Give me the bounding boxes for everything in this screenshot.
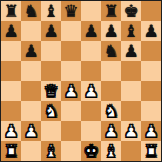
square-a3[interactable]: [1, 101, 21, 121]
square-b6[interactable]: ♟: [21, 41, 41, 61]
square-f7[interactable]: ♟: [101, 21, 121, 41]
square-e6[interactable]: [81, 41, 101, 61]
white-pawn-piece[interactable]: ♟: [103, 121, 118, 141]
square-d5[interactable]: [61, 61, 81, 81]
square-d3[interactable]: [61, 101, 81, 121]
square-h7[interactable]: ♟: [141, 21, 161, 41]
black-pawn-piece[interactable]: ♟: [123, 41, 138, 61]
white-pawn-piece[interactable]: ♟: [123, 121, 138, 141]
square-c5[interactable]: [41, 61, 61, 81]
black-rook-piece[interactable]: ♜: [103, 1, 118, 21]
square-h8[interactable]: [141, 1, 161, 21]
square-f3[interactable]: ♞: [101, 101, 121, 121]
white-bishop-piece[interactable]: ♝: [43, 141, 58, 161]
square-f8[interactable]: ♜: [101, 1, 121, 21]
white-pawn-piece[interactable]: ♟: [63, 81, 78, 101]
board-frame: ♜♞♝♛♜♚♟♟♟♟♝♟♟♞♟♛♟♟♞♞♟♟♟♟♟♜♝♚♝♜: [0, 0, 162, 162]
black-king-piece[interactable]: ♚: [123, 1, 138, 21]
square-f5[interactable]: [101, 61, 121, 81]
square-e7[interactable]: ♟: [81, 21, 101, 41]
square-e4[interactable]: ♟: [81, 81, 101, 101]
square-d1[interactable]: [61, 141, 81, 161]
square-c2[interactable]: [41, 121, 61, 141]
square-b5[interactable]: [21, 61, 41, 81]
black-pawn-piece[interactable]: ♟: [103, 21, 118, 41]
square-b3[interactable]: [21, 101, 41, 121]
white-pawn-piece[interactable]: ♟: [83, 81, 98, 101]
square-f6[interactable]: ♞: [101, 41, 121, 61]
white-knight-piece[interactable]: ♞: [43, 101, 58, 121]
black-pawn-piece[interactable]: ♟: [143, 21, 158, 41]
square-a1[interactable]: ♜: [1, 141, 21, 161]
square-d7[interactable]: [61, 21, 81, 41]
square-c4[interactable]: ♛: [41, 81, 61, 101]
white-rook-piece[interactable]: ♜: [3, 141, 18, 161]
square-e2[interactable]: [81, 121, 101, 141]
square-e1[interactable]: ♚: [81, 141, 101, 161]
square-b8[interactable]: ♞: [21, 1, 41, 21]
square-d4[interactable]: ♟: [61, 81, 81, 101]
black-rook-piece[interactable]: ♜: [3, 1, 18, 21]
square-d8[interactable]: ♛: [61, 1, 81, 21]
square-a7[interactable]: ♟: [1, 21, 21, 41]
square-b2[interactable]: ♟: [21, 121, 41, 141]
white-bishop-piece[interactable]: ♝: [103, 141, 118, 161]
black-bishop-piece[interactable]: ♝: [123, 21, 138, 41]
square-g5[interactable]: [121, 61, 141, 81]
white-knight-piece[interactable]: ♞: [103, 101, 118, 121]
square-f4[interactable]: [101, 81, 121, 101]
square-h3[interactable]: [141, 101, 161, 121]
square-g6[interactable]: ♟: [121, 41, 141, 61]
square-h6[interactable]: [141, 41, 161, 61]
square-c7[interactable]: ♟: [41, 21, 61, 41]
black-pawn-piece[interactable]: ♟: [3, 21, 18, 41]
square-c6[interactable]: [41, 41, 61, 61]
white-pawn-piece[interactable]: ♟: [3, 121, 18, 141]
square-f1[interactable]: ♝: [101, 141, 121, 161]
chess-board: ♜♞♝♛♜♚♟♟♟♟♝♟♟♞♟♛♟♟♞♞♟♟♟♟♟♜♝♚♝♜: [1, 1, 161, 161]
square-a4[interactable]: [1, 81, 21, 101]
square-b4[interactable]: [21, 81, 41, 101]
black-pawn-piece[interactable]: ♟: [43, 21, 58, 41]
square-a2[interactable]: ♟: [1, 121, 21, 141]
square-e8[interactable]: [81, 1, 101, 21]
black-bishop-piece[interactable]: ♝: [43, 1, 58, 21]
square-b1[interactable]: [21, 141, 41, 161]
square-g7[interactable]: ♝: [121, 21, 141, 41]
white-pawn-piece[interactable]: ♟: [23, 121, 38, 141]
square-g8[interactable]: ♚: [121, 1, 141, 21]
square-g3[interactable]: [121, 101, 141, 121]
square-h4[interactable]: [141, 81, 161, 101]
square-h1[interactable]: ♜: [141, 141, 161, 161]
square-f2[interactable]: ♟: [101, 121, 121, 141]
square-e3[interactable]: [81, 101, 101, 121]
square-g1[interactable]: [121, 141, 141, 161]
square-a5[interactable]: [1, 61, 21, 81]
square-c8[interactable]: ♝: [41, 1, 61, 21]
square-g2[interactable]: ♟: [121, 121, 141, 141]
black-queen-piece[interactable]: ♛: [63, 1, 78, 21]
square-h2[interactable]: ♟: [141, 121, 161, 141]
square-d6[interactable]: [61, 41, 81, 61]
white-pawn-piece[interactable]: ♟: [143, 121, 158, 141]
black-knight-piece[interactable]: ♞: [23, 1, 38, 21]
white-queen-piece[interactable]: ♛: [43, 81, 58, 101]
square-c1[interactable]: ♝: [41, 141, 61, 161]
white-king-piece[interactable]: ♚: [83, 141, 98, 161]
square-h5[interactable]: [141, 61, 161, 81]
square-g4[interactable]: [121, 81, 141, 101]
square-a8[interactable]: ♜: [1, 1, 21, 21]
black-pawn-piece[interactable]: ♟: [83, 21, 98, 41]
square-c3[interactable]: ♞: [41, 101, 61, 121]
white-rook-piece[interactable]: ♜: [143, 141, 158, 161]
square-a6[interactable]: [1, 41, 21, 61]
square-d2[interactable]: [61, 121, 81, 141]
black-pawn-piece[interactable]: ♟: [23, 41, 38, 61]
square-b7[interactable]: [21, 21, 41, 41]
black-knight-piece[interactable]: ♞: [103, 41, 118, 61]
square-e5[interactable]: [81, 61, 101, 81]
